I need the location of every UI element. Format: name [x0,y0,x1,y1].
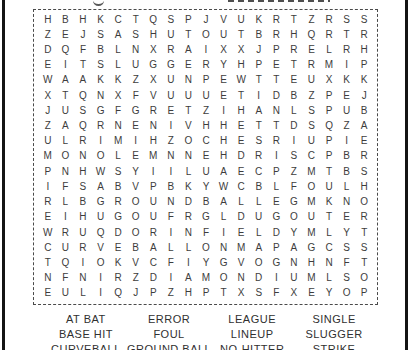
grid-cell-r4c16: R [303,58,321,73]
grid-cell-r2c9: T [180,27,198,42]
grid-cell-r3c6: N [127,42,145,57]
grid-cell-r17c19: T [355,255,373,270]
grid-cell-r3c16: E [303,42,321,57]
grid-cell-r13c19: O [355,195,373,210]
grid-cell-r18c11: O [215,271,233,286]
grid-cell-r7c17: P [320,103,338,118]
grid-cell-r13c17: K [320,195,338,210]
grid-cell-r14c9: R [180,210,198,225]
grid-cell-r19c1: E [39,286,57,301]
grid-cell-r19c19: P [355,286,373,301]
grid-cell-r6c16: Z [303,88,321,103]
grid-cell-r15c3: U [74,225,92,240]
grid-cell-r1c14: R [268,12,286,27]
grid-cell-r14c4: U [92,210,110,225]
word-list: AT BATERRORLEAGUESINGLEBASE HITFOULLINEU… [45,312,375,350]
grid-cell-r11c17: T [320,164,338,179]
grid-cell-r5c12: W [232,73,250,88]
grid-cell-r14c16: U [303,210,321,225]
grid-cell-r18c5: R [109,271,127,286]
grid-cell-r14c7: U [144,210,162,225]
grid-cell-r2c12: T [232,27,250,42]
grid-cell-r4c1: E [39,58,57,73]
grid-cell-r2c4: S [92,27,110,42]
grid-cell-r11c5: S [109,164,127,179]
grid-cell-r15c13: L [250,225,268,240]
grid-cell-r10c9: N [180,149,198,164]
grid-cell-r11c16: M [303,164,321,179]
grid-cell-r19c2: U [57,286,75,301]
grid-cell-r11c19: S [355,164,373,179]
grid-cell-r15c7: R [144,225,162,240]
grid-cell-r2c10: O [197,27,215,42]
grid-cell-r19c9: H [180,286,198,301]
grid-cell-r4c9: E [180,58,198,73]
grid-cell-r9c7: H [144,134,162,149]
grid-cell-r18c6: Z [127,271,145,286]
grid-cell-r8c10: H [197,118,215,133]
grid-cell-r4c13: P [250,58,268,73]
word-item: SINGLE [293,312,375,327]
grid-cell-r5c9: N [180,73,198,88]
grid-cell-r6c8: U [162,88,180,103]
grid-cell-r12c13: B [250,179,268,194]
grid-cell-r12c19: H [355,179,373,194]
grid-cell-r19c11: T [215,286,233,301]
grid-cell-r7c6: G [127,103,145,118]
grid-cell-r5c14: T [268,73,286,88]
grid-cell-r2c7: H [144,27,162,42]
grid-cell-r15c17: L [320,225,338,240]
word-item: STRIKE [293,342,375,350]
grid-cell-r16c14: P [268,240,286,255]
grid-cell-r12c15: F [285,179,303,194]
grid-cell-r2c15: H [285,27,303,42]
grid-cell-r15c2: R [57,225,75,240]
grid-cell-r13c15: G [285,195,303,210]
grid-cell-r11c10: U [197,164,215,179]
grid-cell-r13c5: R [109,195,127,210]
grid-cell-r3c13: J [250,42,268,57]
grid-cell-r6c18: E [338,88,356,103]
grid-cell-r2c6: S [127,27,145,42]
grid-cell-r14c2: I [57,210,75,225]
word-item: CURVEBALL [45,342,127,350]
grid-cell-r12c1: I [39,179,57,194]
grid-cell-r16c4: V [92,240,110,255]
grid-cell-r15c5: D [109,225,127,240]
grid-cell-r3c5: L [109,42,127,57]
grid-cell-r17c7: C [144,255,162,270]
grid-cell-r7c19: B [355,103,373,118]
grid-cell-r18c14: I [268,271,286,286]
grid-cell-r14c6: O [127,210,145,225]
grid-cell-r15c19: T [355,225,373,240]
grid-cell-r10c12: D [232,149,250,164]
grid-cell-r11c13: C [250,164,268,179]
grid-cell-r3c1: D [39,42,57,57]
grid-cell-r17c15: N [285,255,303,270]
grid-cell-r16c2: U [57,240,75,255]
grid-cell-r4c18: I [338,58,356,73]
grid-cell-r7c2: U [57,103,75,118]
grid-cell-r18c8: I [162,271,180,286]
grid-cell-r13c1: R [39,195,57,210]
grid-cell-r19c14: F [268,286,286,301]
grid-cell-r16c16: G [303,240,321,255]
grid-cell-r1c1: H [39,12,57,27]
grid-cell-r10c6: E [127,149,145,164]
word-search-grid: HBHKCTQSPJVUKRTZRSSZEJSASHUTOUTBRHQRTRDQ… [33,9,378,305]
grid-cell-r1c10: J [197,12,215,27]
grid-cell-r17c1: T [39,255,57,270]
grid-cell-r6c15: B [285,88,303,103]
grid-cell-r11c11: A [215,164,233,179]
grid-cell-r3c18: R [338,42,356,57]
grid-cell-r3c4: B [92,42,110,57]
grid-cell-r4c6: U [127,58,145,73]
grid-cell-r13c7: U [144,195,162,210]
grid-cell-r2c8: U [162,27,180,42]
grid-cell-r6c19: J [355,88,373,103]
grid-cell-r19c7: P [144,286,162,301]
grid-cell-r8c5: N [109,118,127,133]
grid-cell-r11c14: P [268,164,286,179]
grid-cell-r1c4: K [92,12,110,27]
grid-cell-r19c6: J [127,286,145,301]
grid-cell-r2c3: J [74,27,92,42]
grid-cell-r4c12: H [232,58,250,73]
grid-cell-r8c18: Z [338,118,356,133]
grid-cell-r17c8: F [162,255,180,270]
grid-cell-r12c12: C [232,179,250,194]
grid-cell-r6c1: X [39,88,57,103]
grid-cell-r9c10: C [197,134,215,149]
grid-cell-r6c3: Q [74,88,92,103]
grid-cell-r12c2: F [57,179,75,194]
grid-cell-r15c6: O [127,225,145,240]
grid-cell-r4c11: Y [215,58,233,73]
grid-cell-r18c7: D [144,271,162,286]
grid-cell-r13c9: D [180,195,198,210]
grid-cell-r9c19: E [355,134,373,149]
grid-cell-r9c15: I [285,134,303,149]
grid-cell-r12c11: W [215,179,233,194]
grid-cell-r16c8: L [162,240,180,255]
grid-cell-r17c11: G [215,255,233,270]
grid-cell-r4c4: S [92,58,110,73]
grid-cell-r4c17: M [320,58,338,73]
grid-cell-r19c8: Z [162,286,180,301]
grid-cell-r5c10: P [197,73,215,88]
word-item: LINEUP [211,327,293,342]
grid-cell-r12c6: V [127,179,145,194]
grid-cell-r2c1: Z [39,27,57,42]
grid-cell-r10c18: B [338,149,356,164]
grid-cell-r16c13: A [250,240,268,255]
grid-cell-r7c3: S [74,103,92,118]
grid-cell-r16c7: A [144,240,162,255]
grid-cell-r11c3: H [74,164,92,179]
grid-cell-r16c15: A [285,240,303,255]
grid-cell-r12c7: P [144,179,162,194]
grid-cell-r10c19: R [355,149,373,164]
grid-cell-r7c15: L [285,103,303,118]
page-frame-left [2,0,5,350]
grid-cell-r2c14: R [268,27,286,42]
grid-cell-r1c13: K [250,12,268,27]
grid-cell-r9c14: R [268,134,286,149]
word-item: GROUND BALL [127,342,211,350]
grid-cell-r8c4: R [92,118,110,133]
grid-cell-r6c4: N [92,88,110,103]
grid-cell-r7c11: I [215,103,233,118]
grid-cell-r6c13: I [250,88,268,103]
grid-cell-r19c15: X [285,286,303,301]
grid-cell-r11c8: I [162,164,180,179]
grid-cell-r5c3: A [74,73,92,88]
grid-cell-r5c11: E [215,73,233,88]
grid-cell-r7c16: S [303,103,321,118]
grid-cell-r17c5: K [109,255,127,270]
grid-cell-r5c4: K [92,73,110,88]
grid-cell-r3c14: P [268,42,286,57]
grid-cell-r9c13: S [250,134,268,149]
grid-cell-r2c5: A [109,27,127,42]
grid-cell-r12c5: B [109,179,127,194]
grid-cell-r10c15: S [285,149,303,164]
grid-cell-r9c2: L [57,134,75,149]
grid-cell-r5c18: K [338,73,356,88]
grid-cell-r18c18: S [338,271,356,286]
grid-cell-r10c3: N [74,149,92,164]
grid-cell-r10c17: P [320,149,338,164]
grid-cell-r13c2: L [57,195,75,210]
grid-cell-r12c8: B [162,179,180,194]
grid-cell-r12c18: L [338,179,356,194]
grid-cell-r3c19: H [355,42,373,57]
grid-cell-r5c15: E [285,73,303,88]
clipped-title-fragment-right [228,0,330,2]
grid-cell-r1c7: Q [144,12,162,27]
grid-cell-r5c2: A [57,73,75,88]
grid-cell-r18c3: N [74,271,92,286]
grid-cell-r8c6: E [127,118,145,133]
grid-cell-r13c10: B [197,195,215,210]
grid-cell-r19c3: L [74,286,92,301]
grid-cell-r4c19: P [355,58,373,73]
grid-cell-r16c5: E [109,240,127,255]
word-item: ERROR [127,312,211,327]
grid-cell-r9c9: O [180,134,198,149]
grid-cell-r16c19: S [355,240,373,255]
grid-cell-r5c8: U [162,73,180,88]
grid-cell-r12c3: S [74,179,92,194]
grid-cell-r1c17: R [320,12,338,27]
grid-cell-r1c6: T [127,12,145,27]
grid-cell-r5c7: X [144,73,162,88]
grid-cell-r8c15: D [285,118,303,133]
grid-cell-r7c13: A [250,103,268,118]
grid-cell-r15c11: I [215,225,233,240]
grid-cell-r18c15: U [285,271,303,286]
grid-cell-r14c8: F [162,210,180,225]
grid-cell-r17c18: F [338,255,356,270]
grid-cell-r18c19: O [355,271,373,286]
grid-cell-r6c12: T [232,88,250,103]
grid-cell-r18c4: I [92,271,110,286]
grid-cell-r14c11: L [215,210,233,225]
grid-cell-r19c18: O [338,286,356,301]
grid-cell-r8c11: H [215,118,233,133]
grid-cell-r16c6: B [127,240,145,255]
grid-cell-r3c11: X [215,42,233,57]
grid-cell-r1c3: H [74,12,92,27]
grid-cell-r8c9: V [180,118,198,133]
grid-cell-r14c12: D [232,210,250,225]
grid-cell-r13c11: A [215,195,233,210]
grid-cell-r1c16: Z [303,12,321,27]
grid-cell-r14c1: E [39,210,57,225]
grid-cell-r2c19: R [355,27,373,42]
grid-cell-r16c12: M [232,240,250,255]
grid-cell-r8c8: I [162,118,180,133]
grid-cell-r18c10: M [197,271,215,286]
grid-cell-r3c9: A [180,42,198,57]
grid-cell-r16c18: S [338,240,356,255]
grid-cell-r3c12: X [232,42,250,57]
grid-cell-r7c10: Z [197,103,215,118]
grid-cell-r5c16: U [303,73,321,88]
grid-cell-r15c9: N [180,225,198,240]
grid-cell-r16c10: O [197,240,215,255]
grid-cell-r3c8: R [162,42,180,57]
grid-cell-r3c15: R [285,42,303,57]
grid-cell-r15c8: I [162,225,180,240]
grid-cell-r8c16: S [303,118,321,133]
grid-cell-r2c18: T [338,27,356,42]
grid-cell-r13c14: E [268,195,286,210]
grid-cell-r13c13: L [250,195,268,210]
grid-cell-r17c4: O [92,255,110,270]
word-item: SLUGGER [293,327,375,342]
grid-cell-r8c1: Z [39,118,57,133]
grid-cell-r6c14: D [268,88,286,103]
grid-cell-r14c19: R [355,210,373,225]
grid-cell-r12c4: A [92,179,110,194]
grid-cell-r11c1: P [39,164,57,179]
word-item: AT BAT [45,312,127,327]
grid-cell-r3c17: L [320,42,338,57]
grid-cell-r17c2: Q [57,255,75,270]
grid-cell-r1c8: S [162,12,180,27]
grid-cell-r6c2: T [57,88,75,103]
grid-cell-r19c13: S [250,286,268,301]
grid-cell-r9c17: P [320,134,338,149]
grid-cell-r6c6: F [127,88,145,103]
grid-cell-r10c11: H [215,149,233,164]
grid-cell-r18c12: N [232,271,250,286]
grid-cell-r5c5: K [109,73,127,88]
grid-cell-r2c2: E [57,27,75,42]
grid-cell-r9c8: Z [162,134,180,149]
grid-cell-r6c11: E [215,88,233,103]
grid-cell-r8c2: A [57,118,75,133]
grid-cell-r7c4: G [92,103,110,118]
grid-cell-r17c16: H [303,255,321,270]
grid-cell-r19c12: X [232,286,250,301]
grid-cell-r10c8: N [162,149,180,164]
grid-cell-r17c13: O [250,255,268,270]
grid-cell-r2c11: U [215,27,233,42]
grid-cell-r13c18: N [338,195,356,210]
grid-cell-r4c2: I [57,58,75,73]
grid-cell-r14c5: G [109,210,127,225]
grid-cell-r18c9: A [180,271,198,286]
grid-cell-r13c4: G [92,195,110,210]
grid-cell-r4c15: T [285,58,303,73]
grid-cell-r3c7: X [144,42,162,57]
grid-cell-r3c3: F [74,42,92,57]
grid-cell-r16c11: N [215,240,233,255]
grid-cell-r8c3: Q [74,118,92,133]
grid-cell-r18c16: M [303,271,321,286]
grid-cell-r10c14: I [268,149,286,164]
grid-cell-r1c9: P [180,12,198,27]
grid-cell-r19c10: P [197,286,215,301]
grid-cell-r10c2: O [57,149,75,164]
grid-cell-r10c13: R [250,149,268,164]
grid-cell-r2c16: Q [303,27,321,42]
grid-cell-r15c16: M [303,225,321,240]
grid-cell-r11c15: Z [285,164,303,179]
grid-cell-r19c4: I [92,286,110,301]
grid-cell-r5c17: X [320,73,338,88]
grid-cell-r17c9: I [180,255,198,270]
grid-cell-r4c3: T [74,58,92,73]
grid-cell-r10c7: M [144,149,162,164]
grid-cell-r12c10: Y [197,179,215,194]
grid-cell-r5c1: W [39,73,57,88]
grid-cell-r16c9: L [180,240,198,255]
grid-cell-r12c9: K [180,179,198,194]
grid-cell-r15c15: Y [285,225,303,240]
grid-cell-r1c11: V [215,12,233,27]
grid-cell-r9c11: H [215,134,233,149]
grid-cell-r6c9: U [180,88,198,103]
grid-cell-r1c19: S [355,12,373,27]
grid-cell-r17c12: V [232,255,250,270]
grid-cell-r4c10: R [197,58,215,73]
grid-cell-r11c12: E [232,164,250,179]
grid-cell-r11c2: N [57,164,75,179]
grid-cell-r17c17: N [320,255,338,270]
grid-cell-r1c2: B [57,12,75,27]
grid-cell-r16c17: C [320,240,338,255]
grid-cell-r1c15: T [285,12,303,27]
grid-cell-r6c10: U [197,88,215,103]
grid-cell-r10c1: M [39,149,57,164]
grid-cell-r15c12: E [232,225,250,240]
word-item: LEAGUE [211,312,293,327]
grid-cell-r3c2: Q [57,42,75,57]
grid-cell-r14c10: G [197,210,215,225]
grid-cell-r7c18: U [338,103,356,118]
grid-cell-r4c5: L [109,58,127,73]
grid-cell-r5c19: K [355,73,373,88]
grid-cell-r7c7: R [144,103,162,118]
grid-cell-r18c17: L [320,271,338,286]
